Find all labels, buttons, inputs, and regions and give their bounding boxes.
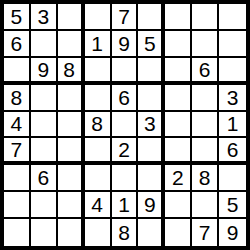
sudoku-cell-r7c7[interactable]: 2: [165, 165, 192, 192]
sudoku-cell-r6c1[interactable]: 7: [4, 138, 31, 165]
sudoku-cell-r4c5[interactable]: 6: [112, 85, 139, 112]
sudoku-cell-r9c3[interactable]: [58, 219, 85, 246]
sudoku-cell-r9c5[interactable]: 8: [112, 219, 139, 246]
sudoku-cell-r4c3[interactable]: [58, 85, 85, 112]
sudoku-cell-r9c2[interactable]: [31, 219, 58, 246]
sudoku-cell-r3c5[interactable]: [112, 58, 139, 85]
sudoku-cell-r3c6[interactable]: [138, 58, 165, 85]
sudoku-cell-r6c2[interactable]: [31, 138, 58, 165]
sudoku-cell-r5c9[interactable]: 1: [219, 112, 246, 139]
sudoku-cell-r7c3[interactable]: [58, 165, 85, 192]
sudoku-cell-r4c2[interactable]: [31, 85, 58, 112]
sudoku-cell-r1c4[interactable]: [85, 4, 112, 31]
sudoku-cell-r7c6[interactable]: [138, 165, 165, 192]
sudoku-cell-r4c7[interactable]: [165, 85, 192, 112]
sudoku-cell-r4c4[interactable]: [85, 85, 112, 112]
sudoku-cell-r3c2[interactable]: 9: [31, 58, 58, 85]
sudoku-cell-r6c3[interactable]: [58, 138, 85, 165]
sudoku-cell-r8c1[interactable]: [4, 192, 31, 219]
sudoku-cell-r5c1[interactable]: 4: [4, 112, 31, 139]
sudoku-cell-r1c1[interactable]: 5: [4, 4, 31, 31]
sudoku-cell-r2c3[interactable]: [58, 31, 85, 58]
sudoku-cell-r7c8[interactable]: 8: [192, 165, 219, 192]
sudoku-cell-r8c8[interactable]: [192, 192, 219, 219]
sudoku-cell-r2c4[interactable]: 1: [85, 31, 112, 58]
sudoku-cell-r8c2[interactable]: [31, 192, 58, 219]
sudoku-cell-r5c2[interactable]: [31, 112, 58, 139]
sudoku-cell-r3c1[interactable]: [4, 58, 31, 85]
sudoku-cell-r1c5[interactable]: 7: [112, 4, 139, 31]
sudoku-cell-r7c5[interactable]: [112, 165, 139, 192]
sudoku-cell-r6c6[interactable]: [138, 138, 165, 165]
sudoku-cell-r9c1[interactable]: [4, 219, 31, 246]
sudoku-cell-r2c5[interactable]: 9: [112, 31, 139, 58]
sudoku-cell-r1c6[interactable]: [138, 4, 165, 31]
sudoku-cell-r9c7[interactable]: [165, 219, 192, 246]
sudoku-cell-r6c9[interactable]: 6: [219, 138, 246, 165]
sudoku-cell-r5c4[interactable]: 8: [85, 112, 112, 139]
sudoku-cell-r4c8[interactable]: [192, 85, 219, 112]
sudoku-cell-r5c3[interactable]: [58, 112, 85, 139]
sudoku-cell-r5c6[interactable]: 3: [138, 112, 165, 139]
sudoku-cell-r3c8[interactable]: 6: [192, 58, 219, 85]
sudoku-cell-r6c4[interactable]: [85, 138, 112, 165]
sudoku-cell-r1c7[interactable]: [165, 4, 192, 31]
sudoku-cell-r6c5[interactable]: 2: [112, 138, 139, 165]
sudoku-cell-r9c8[interactable]: 7: [192, 219, 219, 246]
sudoku-cell-r3c7[interactable]: [165, 58, 192, 85]
sudoku-cell-r8c5[interactable]: 1: [112, 192, 139, 219]
sudoku-cell-r9c4[interactable]: [85, 219, 112, 246]
sudoku-cell-r5c5[interactable]: [112, 112, 139, 139]
sudoku-cell-r2c6[interactable]: 5: [138, 31, 165, 58]
sudoku-cell-r7c9[interactable]: [219, 165, 246, 192]
sudoku-board: 537619598686348317266284195879: [0, 0, 250, 250]
sudoku-cell-r1c8[interactable]: [192, 4, 219, 31]
sudoku-cell-r2c7[interactable]: [165, 31, 192, 58]
sudoku-cell-r2c2[interactable]: [31, 31, 58, 58]
sudoku-cell-r4c6[interactable]: [138, 85, 165, 112]
sudoku-cell-r8c6[interactable]: 9: [138, 192, 165, 219]
sudoku-cell-r8c9[interactable]: 5: [219, 192, 246, 219]
sudoku-cell-r3c4[interactable]: [85, 58, 112, 85]
sudoku-cell-r8c7[interactable]: [165, 192, 192, 219]
sudoku-cell-r8c3[interactable]: [58, 192, 85, 219]
sudoku-cell-r5c8[interactable]: [192, 112, 219, 139]
sudoku-cell-r1c9[interactable]: [219, 4, 246, 31]
sudoku-cell-r6c7[interactable]: [165, 138, 192, 165]
sudoku-cell-r2c9[interactable]: [219, 31, 246, 58]
sudoku-cell-r7c2[interactable]: 6: [31, 165, 58, 192]
sudoku-cell-r4c1[interactable]: 8: [4, 85, 31, 112]
sudoku-cell-r5c7[interactable]: [165, 112, 192, 139]
sudoku-cell-r9c6[interactable]: [138, 219, 165, 246]
sudoku-cell-r4c9[interactable]: 3: [219, 85, 246, 112]
sudoku-cell-r7c4[interactable]: [85, 165, 112, 192]
sudoku-cell-r2c1[interactable]: 6: [4, 31, 31, 58]
sudoku-cell-r1c2[interactable]: 3: [31, 4, 58, 31]
sudoku-cell-r8c4[interactable]: 4: [85, 192, 112, 219]
sudoku-cell-r6c8[interactable]: [192, 138, 219, 165]
sudoku-cell-r7c1[interactable]: [4, 165, 31, 192]
sudoku-cell-r1c3[interactable]: [58, 4, 85, 31]
sudoku-cell-r3c3[interactable]: 8: [58, 58, 85, 85]
sudoku-cell-r9c9[interactable]: 9: [219, 219, 246, 246]
sudoku-cell-r3c9[interactable]: [219, 58, 246, 85]
sudoku-cell-r2c8[interactable]: [192, 31, 219, 58]
